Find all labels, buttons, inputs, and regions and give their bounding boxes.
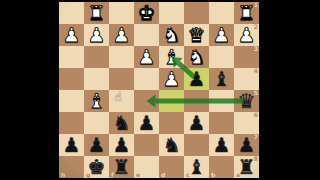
piece-white-knight[interactable]: ♞ [184, 46, 209, 68]
piece-white-pawn[interactable]: ♟ [159, 68, 184, 90]
square-d6[interactable] [159, 112, 184, 134]
square-e7[interactable] [134, 134, 159, 156]
video-frame: ♜♚♜1♟♟♟♞♛♟♟2♟♝♞3♟♟♝4♝♛5♞♟♟6♟♟♟♞♟♟7h♚g♜fe… [0, 0, 320, 180]
square-g3[interactable] [84, 46, 109, 68]
square-d5[interactable] [159, 90, 184, 112]
square-b8[interactable]: b [209, 156, 234, 178]
square-g8[interactable]: ♚g [84, 156, 109, 178]
piece-white-knight[interactable]: ♞ [159, 24, 184, 46]
rank-coordinate-label: 2 [254, 24, 258, 30]
square-f5[interactable] [109, 90, 134, 112]
piece-white-bishop[interactable]: ♝ [84, 90, 109, 112]
square-f7[interactable]: ♟ [109, 134, 134, 156]
square-g7[interactable]: ♟ [84, 134, 109, 156]
square-d7[interactable]: ♞ [159, 134, 184, 156]
rank-coordinate-label: 7 [254, 134, 258, 140]
square-d8[interactable]: d [159, 156, 184, 178]
piece-white-king[interactable]: ♚ [134, 2, 159, 24]
square-f2[interactable]: ♟ [109, 24, 134, 46]
piece-white-pawn[interactable]: ♟ [109, 24, 134, 46]
piece-white-queen[interactable]: ♛ [184, 24, 209, 46]
square-h8[interactable]: h [59, 156, 84, 178]
square-b3[interactable] [209, 46, 234, 68]
square-c1[interactable] [184, 2, 209, 24]
square-e3[interactable]: ♟ [134, 46, 159, 68]
square-c2[interactable]: ♛ [184, 24, 209, 46]
square-f8[interactable]: ♜f [109, 156, 134, 178]
square-h5[interactable] [59, 90, 84, 112]
square-e4[interactable] [134, 68, 159, 90]
square-c3[interactable]: ♞ [184, 46, 209, 68]
square-a5[interactable]: ♛5 [234, 90, 259, 112]
square-c8[interactable]: ♝c [184, 156, 209, 178]
square-f6[interactable]: ♞ [109, 112, 134, 134]
square-c7[interactable] [184, 134, 209, 156]
square-b4[interactable]: ♝ [209, 68, 234, 90]
square-d3[interactable]: ♝ [159, 46, 184, 68]
piece-white-bishop[interactable]: ♝ [159, 46, 184, 68]
square-e5[interactable] [134, 90, 159, 112]
chess-board[interactable]: ♜♚♜1♟♟♟♞♛♟♟2♟♝♞3♟♟♝4♝♛5♞♟♟6♟♟♟♞♟♟7h♚g♜fe… [59, 2, 259, 178]
square-a1[interactable]: ♜1 [234, 2, 259, 24]
piece-black-pawn[interactable]: ♟ [134, 112, 159, 134]
square-e2[interactable] [134, 24, 159, 46]
square-h2[interactable]: ♟ [59, 24, 84, 46]
square-c6[interactable]: ♟ [184, 112, 209, 134]
rank-coordinate-label: 4 [254, 68, 258, 74]
square-a7[interactable]: ♟7 [234, 134, 259, 156]
file-coordinate-label: d [161, 172, 165, 178]
piece-black-pawn[interactable]: ♟ [184, 68, 209, 90]
rank-coordinate-label: 6 [254, 112, 258, 118]
square-f4[interactable] [109, 68, 134, 90]
piece-black-pawn[interactable]: ♟ [209, 134, 234, 156]
square-b2[interactable]: ♟ [209, 24, 234, 46]
file-coordinate-label: e [136, 172, 140, 178]
piece-black-knight[interactable]: ♞ [159, 134, 184, 156]
square-f1[interactable] [109, 2, 134, 24]
square-h3[interactable] [59, 46, 84, 68]
square-g6[interactable] [84, 112, 109, 134]
square-g1[interactable]: ♜ [84, 2, 109, 24]
square-h4[interactable] [59, 68, 84, 90]
piece-white-pawn[interactable]: ♟ [209, 24, 234, 46]
piece-white-pawn[interactable]: ♟ [134, 46, 159, 68]
piece-black-pawn[interactable]: ♟ [184, 112, 209, 134]
file-coordinate-label: a [236, 172, 240, 178]
square-b5[interactable] [209, 90, 234, 112]
piece-white-pawn[interactable]: ♟ [84, 24, 109, 46]
square-a6[interactable]: 6 [234, 112, 259, 134]
file-coordinate-label: g [86, 172, 90, 178]
square-b6[interactable] [209, 112, 234, 134]
square-g4[interactable] [84, 68, 109, 90]
rank-coordinate-label: 8 [254, 156, 258, 162]
rank-coordinate-label: 5 [254, 90, 258, 96]
square-c4[interactable]: ♟ [184, 68, 209, 90]
square-f3[interactable] [109, 46, 134, 68]
square-h1[interactable] [59, 2, 84, 24]
square-a3[interactable]: 3 [234, 46, 259, 68]
square-e8[interactable]: e [134, 156, 159, 178]
piece-black-pawn[interactable]: ♟ [84, 134, 109, 156]
piece-black-pawn[interactable]: ♟ [109, 134, 134, 156]
chess-board-area: ♜♚♜1♟♟♟♞♛♟♟2♟♝♞3♟♟♝4♝♛5♞♟♟6♟♟♟♞♟♟7h♚g♜fe… [59, 2, 259, 178]
square-e1[interactable]: ♚ [134, 2, 159, 24]
file-coordinate-label: f [111, 172, 114, 178]
piece-black-knight[interactable]: ♞ [109, 112, 134, 134]
file-coordinate-label: b [211, 172, 215, 178]
square-a8[interactable]: ♜8a [234, 156, 259, 178]
square-d4[interactable]: ♟ [159, 68, 184, 90]
piece-black-pawn[interactable]: ♟ [59, 134, 84, 156]
square-e6[interactable]: ♟ [134, 112, 159, 134]
square-g5[interactable]: ♝ [84, 90, 109, 112]
square-d2[interactable]: ♞ [159, 24, 184, 46]
piece-white-pawn[interactable]: ♟ [59, 24, 84, 46]
square-b7[interactable]: ♟ [209, 134, 234, 156]
square-b1[interactable] [209, 2, 234, 24]
square-h6[interactable] [59, 112, 84, 134]
rank-coordinate-label: 1 [254, 2, 258, 8]
square-g2[interactable]: ♟ [84, 24, 109, 46]
square-a4[interactable]: 4 [234, 68, 259, 90]
square-d1[interactable] [159, 2, 184, 24]
square-c5[interactable] [184, 90, 209, 112]
file-coordinate-label: c [186, 172, 190, 178]
file-coordinate-label: h [61, 172, 65, 178]
piece-white-rook[interactable]: ♜ [84, 2, 109, 24]
piece-black-bishop[interactable]: ♝ [209, 68, 234, 90]
square-a2[interactable]: ♟2 [234, 24, 259, 46]
rank-coordinate-label: 3 [254, 46, 258, 52]
square-h7[interactable]: ♟ [59, 134, 84, 156]
